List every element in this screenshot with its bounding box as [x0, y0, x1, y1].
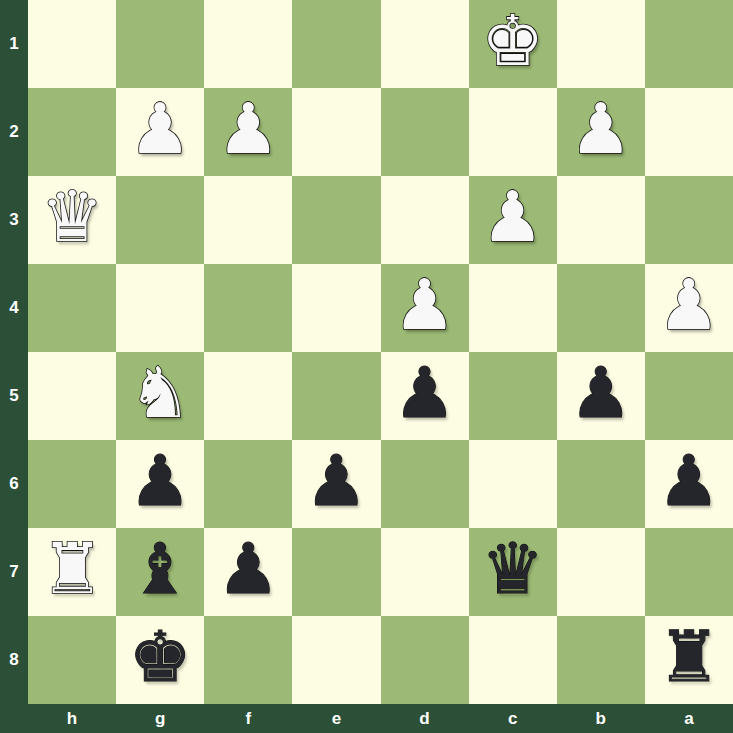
square-f4[interactable] [204, 264, 292, 352]
piece-white-queen[interactable]: ♛ [41, 182, 104, 252]
square-e2[interactable] [292, 88, 380, 176]
square-e5[interactable] [292, 352, 380, 440]
piece-white-pawn[interactable]: ♟ [217, 94, 280, 164]
square-c7[interactable]: ♛ [469, 528, 557, 616]
file-label-a: a [645, 704, 733, 733]
square-c6[interactable] [469, 440, 557, 528]
square-a1[interactable] [645, 0, 733, 88]
square-b2[interactable]: ♟ [557, 88, 645, 176]
piece-white-pawn[interactable]: ♟ [569, 94, 632, 164]
piece-black-queen[interactable]: ♛ [481, 534, 544, 604]
square-h1[interactable] [28, 0, 116, 88]
square-h8[interactable] [28, 616, 116, 704]
square-g6[interactable]: ♟ [116, 440, 204, 528]
square-c8[interactable] [469, 616, 557, 704]
square-c1[interactable]: ♚ [469, 0, 557, 88]
piece-black-rook[interactable]: ♜ [658, 622, 721, 692]
square-c5[interactable] [469, 352, 557, 440]
square-f3[interactable] [204, 176, 292, 264]
chess-app: 1♚2♟♟♟3♛♟4♟♟5♞♟♟6♟♟♟7♜♝♟♛8♚♜hgfedcba [0, 0, 733, 733]
piece-white-rook[interactable]: ♜ [41, 534, 104, 604]
file-label-b: b [557, 704, 645, 733]
piece-white-knight[interactable]: ♞ [129, 358, 192, 428]
square-d3[interactable] [381, 176, 469, 264]
square-f8[interactable] [204, 616, 292, 704]
rank-label-8: 8 [0, 616, 28, 704]
square-e6[interactable]: ♟ [292, 440, 380, 528]
square-d2[interactable] [381, 88, 469, 176]
square-a4[interactable]: ♟ [645, 264, 733, 352]
square-h4[interactable] [28, 264, 116, 352]
board-corner [0, 704, 28, 733]
rank-label-1: 1 [0, 0, 28, 88]
square-g5[interactable]: ♞ [116, 352, 204, 440]
square-a7[interactable] [645, 528, 733, 616]
file-label-f: f [204, 704, 292, 733]
piece-black-pawn[interactable]: ♟ [569, 358, 632, 428]
piece-white-pawn[interactable]: ♟ [393, 270, 456, 340]
square-f5[interactable] [204, 352, 292, 440]
square-f7[interactable]: ♟ [204, 528, 292, 616]
square-e3[interactable] [292, 176, 380, 264]
square-d1[interactable] [381, 0, 469, 88]
piece-black-bishop[interactable]: ♝ [129, 534, 192, 604]
square-b4[interactable] [557, 264, 645, 352]
piece-black-pawn[interactable]: ♟ [393, 358, 456, 428]
piece-black-king[interactable]: ♚ [129, 622, 192, 692]
square-a8[interactable]: ♜ [645, 616, 733, 704]
square-g7[interactable]: ♝ [116, 528, 204, 616]
square-c4[interactable] [469, 264, 557, 352]
square-h6[interactable] [28, 440, 116, 528]
square-h2[interactable] [28, 88, 116, 176]
square-e1[interactable] [292, 0, 380, 88]
square-d4[interactable]: ♟ [381, 264, 469, 352]
square-d7[interactable] [381, 528, 469, 616]
file-label-h: h [28, 704, 116, 733]
square-b8[interactable] [557, 616, 645, 704]
square-d8[interactable] [381, 616, 469, 704]
rank-label-6: 6 [0, 440, 28, 528]
square-h5[interactable] [28, 352, 116, 440]
square-g8[interactable]: ♚ [116, 616, 204, 704]
piece-black-pawn[interactable]: ♟ [129, 446, 192, 516]
square-e4[interactable] [292, 264, 380, 352]
chess-board: 1♚2♟♟♟3♛♟4♟♟5♞♟♟6♟♟♟7♜♝♟♛8♚♜hgfedcba [0, 0, 733, 733]
square-b5[interactable]: ♟ [557, 352, 645, 440]
square-f2[interactable]: ♟ [204, 88, 292, 176]
file-label-d: d [381, 704, 469, 733]
piece-white-pawn[interactable]: ♟ [129, 94, 192, 164]
piece-black-pawn[interactable]: ♟ [217, 534, 280, 604]
square-a6[interactable]: ♟ [645, 440, 733, 528]
square-f1[interactable] [204, 0, 292, 88]
piece-white-king[interactable]: ♚ [481, 6, 544, 76]
square-a5[interactable] [645, 352, 733, 440]
piece-black-pawn[interactable]: ♟ [305, 446, 368, 516]
square-e7[interactable] [292, 528, 380, 616]
square-g4[interactable] [116, 264, 204, 352]
piece-white-pawn[interactable]: ♟ [658, 270, 721, 340]
square-d5[interactable]: ♟ [381, 352, 469, 440]
square-d6[interactable] [381, 440, 469, 528]
square-g2[interactable]: ♟ [116, 88, 204, 176]
rank-label-4: 4 [0, 264, 28, 352]
square-b7[interactable] [557, 528, 645, 616]
rank-label-5: 5 [0, 352, 28, 440]
square-h3[interactable]: ♛ [28, 176, 116, 264]
square-g3[interactable] [116, 176, 204, 264]
piece-black-pawn[interactable]: ♟ [658, 446, 721, 516]
square-a2[interactable] [645, 88, 733, 176]
rank-label-3: 3 [0, 176, 28, 264]
square-e8[interactable] [292, 616, 380, 704]
square-c3[interactable]: ♟ [469, 176, 557, 264]
file-label-c: c [469, 704, 557, 733]
square-b3[interactable] [557, 176, 645, 264]
file-label-g: g [116, 704, 204, 733]
square-b6[interactable] [557, 440, 645, 528]
rank-label-2: 2 [0, 88, 28, 176]
square-c2[interactable] [469, 88, 557, 176]
square-f6[interactable] [204, 440, 292, 528]
square-a3[interactable] [645, 176, 733, 264]
rank-label-7: 7 [0, 528, 28, 616]
square-g1[interactable] [116, 0, 204, 88]
piece-white-pawn[interactable]: ♟ [481, 182, 544, 252]
square-h7[interactable]: ♜ [28, 528, 116, 616]
file-label-e: e [292, 704, 380, 733]
square-b1[interactable] [557, 0, 645, 88]
